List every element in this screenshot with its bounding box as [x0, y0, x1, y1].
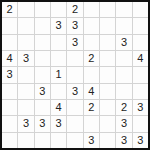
empty-cell-r1c2[interactable]: [18, 2, 33, 17]
empty-cell-r1c4[interactable]: [51, 2, 66, 17]
empty-cell-r8c1[interactable]: [2, 116, 17, 131]
empty-cell-r6c2[interactable]: [18, 84, 33, 99]
clue-cell-r5c1: 3: [2, 67, 17, 82]
empty-cell-r2c7[interactable]: [100, 18, 115, 33]
clue-cell-r9c8: 3: [116, 133, 131, 148]
clue-cell-r5c4: 1: [51, 67, 66, 82]
empty-cell-r5c9[interactable]: [133, 67, 148, 82]
clue-cell-r7c4: 4: [51, 100, 66, 115]
empty-cell-r5c5[interactable]: [67, 67, 82, 82]
empty-cell-r7c1[interactable]: [2, 100, 17, 115]
clue-cell-r7c6: 2: [84, 100, 99, 115]
empty-cell-r6c8[interactable]: [116, 84, 131, 99]
clue-cell-r4c2: 3: [18, 51, 33, 66]
empty-cell-r3c7[interactable]: [100, 35, 115, 50]
empty-cell-r9c7[interactable]: [100, 133, 115, 148]
empty-cell-r7c5[interactable]: [67, 100, 82, 115]
clue-cell-r2c5: 3: [67, 18, 82, 33]
empty-cell-r3c6[interactable]: [84, 35, 99, 50]
empty-cell-r6c1[interactable]: [2, 84, 17, 99]
empty-cell-r4c5[interactable]: [67, 51, 82, 66]
clue-cell-r8c2: 3: [18, 116, 33, 131]
empty-cell-r9c1[interactable]: [2, 133, 17, 148]
empty-cell-r9c2[interactable]: [18, 133, 33, 148]
empty-cell-r6c4[interactable]: [51, 84, 66, 99]
empty-cell-r2c3[interactable]: [35, 18, 50, 33]
empty-cell-r8c7[interactable]: [100, 116, 115, 131]
clue-cell-r1c1: 2: [2, 2, 17, 17]
empty-cell-r5c2[interactable]: [18, 67, 33, 82]
empty-cell-r3c9[interactable]: [133, 35, 148, 50]
empty-cell-r7c2[interactable]: [18, 100, 33, 115]
clue-cell-r1c5: 2: [67, 2, 82, 17]
empty-cell-r5c3[interactable]: [35, 67, 50, 82]
empty-cell-r5c7[interactable]: [100, 67, 115, 82]
empty-cell-r4c8[interactable]: [116, 51, 131, 66]
empty-cell-r2c6[interactable]: [84, 18, 99, 33]
empty-cell-r8c6[interactable]: [84, 116, 99, 131]
empty-cell-r2c1[interactable]: [2, 18, 17, 33]
clue-cell-r8c3: 3: [35, 116, 50, 131]
empty-cell-r3c2[interactable]: [18, 35, 33, 50]
empty-cell-r1c8[interactable]: [116, 2, 131, 17]
empty-cell-r2c2[interactable]: [18, 18, 33, 33]
minesweeper-board: 22333343243133442233333333: [0, 0, 150, 150]
empty-cell-r1c3[interactable]: [35, 2, 50, 17]
clue-cell-r8c8: 3: [116, 116, 131, 131]
clue-cell-r4c6: 2: [84, 51, 99, 66]
empty-cell-r6c9[interactable]: [133, 84, 148, 99]
clue-cell-r3c5: 3: [67, 35, 82, 50]
empty-cell-r3c1[interactable]: [2, 35, 17, 50]
empty-cell-r7c7[interactable]: [100, 100, 115, 115]
clue-cell-r8c4: 3: [51, 116, 66, 131]
empty-cell-r1c7[interactable]: [100, 2, 115, 17]
empty-cell-r4c3[interactable]: [35, 51, 50, 66]
clue-cell-r9c9: 3: [133, 133, 148, 148]
empty-cell-r5c6[interactable]: [84, 67, 99, 82]
empty-cell-r4c7[interactable]: [100, 51, 115, 66]
empty-cell-r4c4[interactable]: [51, 51, 66, 66]
empty-cell-r2c9[interactable]: [133, 18, 148, 33]
empty-cell-r3c4[interactable]: [51, 35, 66, 50]
clue-cell-r6c3: 3: [35, 84, 50, 99]
empty-cell-r9c3[interactable]: [35, 133, 50, 148]
clue-cell-r2c4: 3: [51, 18, 66, 33]
clue-cell-r6c5: 3: [67, 84, 82, 99]
clue-cell-r3c8: 3: [116, 35, 131, 50]
empty-cell-r6c7[interactable]: [100, 84, 115, 99]
empty-cell-r8c5[interactable]: [67, 116, 82, 131]
empty-cell-r1c9[interactable]: [133, 2, 148, 17]
clue-cell-r9c6: 3: [84, 133, 99, 148]
empty-cell-r2c8[interactable]: [116, 18, 131, 33]
clue-cell-r4c9: 4: [133, 51, 148, 66]
empty-cell-r5c8[interactable]: [116, 67, 131, 82]
empty-cell-r9c4[interactable]: [51, 133, 66, 148]
empty-cell-r7c3[interactable]: [35, 100, 50, 115]
empty-cell-r1c6[interactable]: [84, 2, 99, 17]
empty-cell-r8c9[interactable]: [133, 116, 148, 131]
clue-cell-r4c1: 4: [2, 51, 17, 66]
clue-cell-r6c6: 4: [84, 84, 99, 99]
clue-cell-r7c8: 2: [116, 100, 131, 115]
clue-cell-r7c9: 3: [133, 100, 148, 115]
empty-cell-r3c3[interactable]: [35, 35, 50, 50]
empty-cell-r9c5[interactable]: [67, 133, 82, 148]
